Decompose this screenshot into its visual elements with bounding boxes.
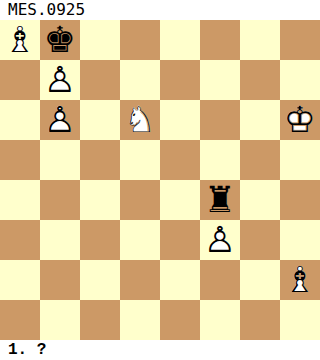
- square-h2[interactable]: ♝♗: [280, 260, 320, 300]
- square-b1[interactable]: [40, 300, 80, 340]
- square-a2[interactable]: [0, 260, 40, 300]
- square-b7[interactable]: ♟♙: [40, 60, 80, 100]
- square-d3[interactable]: [120, 220, 160, 260]
- white-pawn-fill: ♟: [200, 220, 240, 260]
- square-a5[interactable]: [0, 140, 40, 180]
- white-knight: ♘: [120, 100, 160, 140]
- square-e1[interactable]: [160, 300, 200, 340]
- square-a3[interactable]: [0, 220, 40, 260]
- square-a6[interactable]: [0, 100, 40, 140]
- square-g7[interactable]: [240, 60, 280, 100]
- square-c6[interactable]: [80, 100, 120, 140]
- square-f7[interactable]: [200, 60, 240, 100]
- white-pawn-fill: ♟: [40, 60, 80, 100]
- white-pawn: ♙: [40, 100, 80, 140]
- square-g1[interactable]: [240, 300, 280, 340]
- square-d5[interactable]: [120, 140, 160, 180]
- square-h3[interactable]: [280, 220, 320, 260]
- square-e2[interactable]: [160, 260, 200, 300]
- chess-puzzle-diagram: MES.0925 ♝♗♚♟♙♟♙♞♘♚♔♜♟♙♝♗ 1. ?: [0, 0, 320, 360]
- white-pawn: ♙: [200, 220, 240, 260]
- square-h4[interactable]: [280, 180, 320, 220]
- square-d8[interactable]: [120, 20, 160, 60]
- square-f5[interactable]: [200, 140, 240, 180]
- square-d4[interactable]: [120, 180, 160, 220]
- square-a4[interactable]: [0, 180, 40, 220]
- square-g2[interactable]: [240, 260, 280, 300]
- white-pawn-fill: ♟: [40, 100, 80, 140]
- move-prompt: 1. ?: [0, 340, 320, 360]
- white-bishop: ♗: [0, 20, 40, 60]
- square-e6[interactable]: [160, 100, 200, 140]
- square-g4[interactable]: [240, 180, 280, 220]
- black-king: ♚: [40, 20, 80, 60]
- square-b6[interactable]: ♟♙: [40, 100, 80, 140]
- square-e8[interactable]: [160, 20, 200, 60]
- white-king-fill: ♚: [280, 100, 320, 140]
- square-c5[interactable]: [80, 140, 120, 180]
- white-bishop-fill: ♝: [280, 260, 320, 300]
- square-b8[interactable]: ♚: [40, 20, 80, 60]
- square-f8[interactable]: [200, 20, 240, 60]
- white-knight-fill: ♞: [120, 100, 160, 140]
- square-b3[interactable]: [40, 220, 80, 260]
- square-b5[interactable]: [40, 140, 80, 180]
- white-bishop-fill: ♝: [0, 20, 40, 60]
- square-f2[interactable]: [200, 260, 240, 300]
- chess-board: ♝♗♚♟♙♟♙♞♘♚♔♜♟♙♝♗: [0, 20, 320, 340]
- square-f3[interactable]: ♟♙: [200, 220, 240, 260]
- square-c2[interactable]: [80, 260, 120, 300]
- square-f1[interactable]: [200, 300, 240, 340]
- white-king: ♔: [280, 100, 320, 140]
- square-a1[interactable]: [0, 300, 40, 340]
- square-h8[interactable]: [280, 20, 320, 60]
- square-c8[interactable]: [80, 20, 120, 60]
- black-rook: ♜: [200, 180, 240, 220]
- square-h5[interactable]: [280, 140, 320, 180]
- square-d7[interactable]: [120, 60, 160, 100]
- square-c3[interactable]: [80, 220, 120, 260]
- square-h6[interactable]: ♚♔: [280, 100, 320, 140]
- square-a8[interactable]: ♝♗: [0, 20, 40, 60]
- square-d6[interactable]: ♞♘: [120, 100, 160, 140]
- white-bishop: ♗: [280, 260, 320, 300]
- square-b2[interactable]: [40, 260, 80, 300]
- square-b4[interactable]: [40, 180, 80, 220]
- square-h7[interactable]: [280, 60, 320, 100]
- square-d1[interactable]: [120, 300, 160, 340]
- square-g3[interactable]: [240, 220, 280, 260]
- square-f4[interactable]: ♜: [200, 180, 240, 220]
- square-e5[interactable]: [160, 140, 200, 180]
- square-e7[interactable]: [160, 60, 200, 100]
- white-pawn: ♙: [40, 60, 80, 100]
- square-e3[interactable]: [160, 220, 200, 260]
- square-c7[interactable]: [80, 60, 120, 100]
- square-c4[interactable]: [80, 180, 120, 220]
- square-e4[interactable]: [160, 180, 200, 220]
- square-c1[interactable]: [80, 300, 120, 340]
- square-g6[interactable]: [240, 100, 280, 140]
- square-f6[interactable]: [200, 100, 240, 140]
- square-g5[interactable]: [240, 140, 280, 180]
- square-h1[interactable]: [280, 300, 320, 340]
- square-a7[interactable]: [0, 60, 40, 100]
- square-d2[interactable]: [120, 260, 160, 300]
- puzzle-id: MES.0925: [0, 0, 320, 20]
- square-g8[interactable]: [240, 20, 280, 60]
